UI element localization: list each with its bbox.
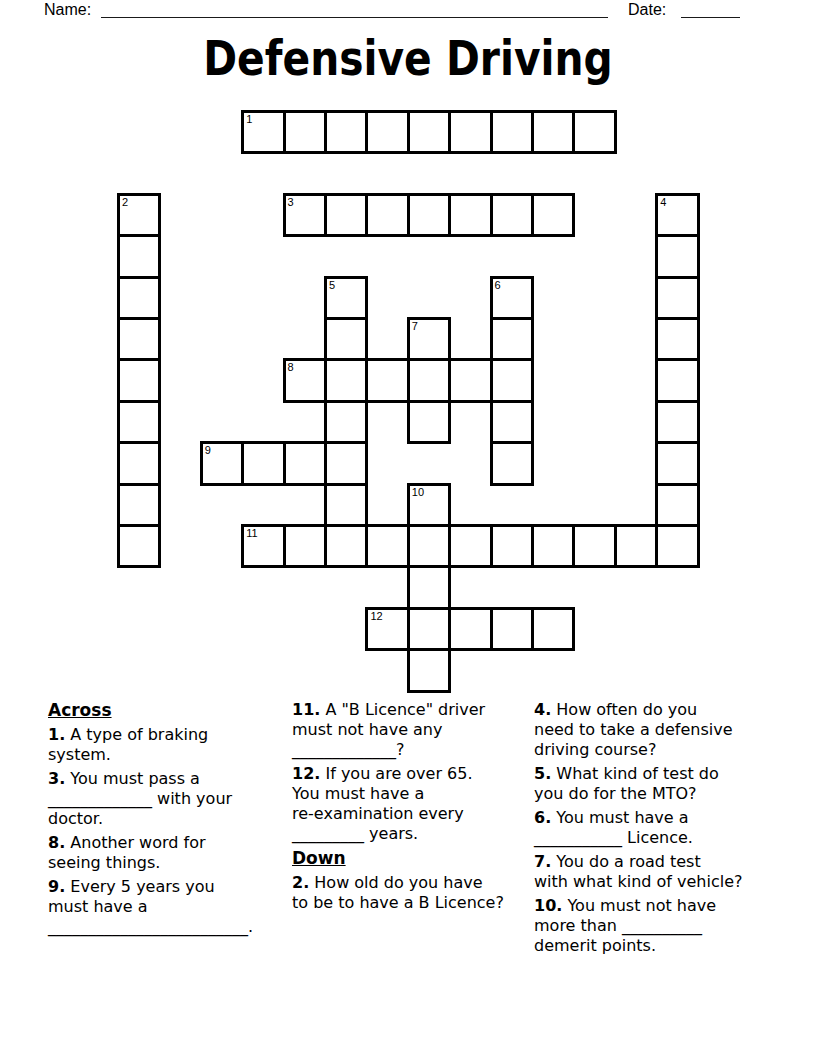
clue-down-2: 2. How old do you have to be to have a B… <box>292 873 536 913</box>
grid-cell-r0c3[interactable]: 1 <box>241 110 285 154</box>
grid-cell-r8c2[interactable]: 9 <box>200 441 244 485</box>
grid-cell-r2c0[interactable]: 2 <box>117 193 161 237</box>
grid-cell-r0c11[interactable] <box>572 110 616 154</box>
grid-cell-r10c10[interactable] <box>531 524 575 568</box>
grid-cell-r9c7[interactable]: 10 <box>407 483 451 527</box>
grid-cell-r2c7[interactable] <box>407 193 451 237</box>
clue-num-label: 5. <box>534 764 551 783</box>
clue-text: A "B Licence" driver must not have any _… <box>292 700 485 759</box>
clue-text: How often do you need to take a defensiv… <box>534 700 733 759</box>
grid-cell-r8c3[interactable] <box>241 441 285 485</box>
grid-cell-r10c0[interactable] <box>117 524 161 568</box>
clue-text: You must pass a _____________ with your … <box>48 769 232 828</box>
clue-num-label: 9. <box>48 877 65 896</box>
grid-cell-r10c13[interactable] <box>655 524 699 568</box>
clue-num-label: 3. <box>48 769 65 788</box>
grid-cell-r5c9[interactable] <box>490 317 534 361</box>
grid-cell-r8c9[interactable] <box>490 441 534 485</box>
clue-across-1: 1. A type of braking system. <box>48 725 292 765</box>
clue-across-8: 8. Another word for seeing things. <box>48 833 292 873</box>
clue-across-3: 3. You must pass a _____________ with yo… <box>48 769 292 829</box>
grid-cell-r12c10[interactable] <box>531 607 575 651</box>
clue-text: You must not have more than __________ d… <box>534 896 716 955</box>
clue-number-7: 7 <box>412 320 418 332</box>
grid-cell-r8c4[interactable] <box>283 441 327 485</box>
clue-num-label: 2. <box>292 873 309 892</box>
grid-cell-r8c5[interactable] <box>324 441 368 485</box>
clue-num-label: 8. <box>48 833 65 852</box>
clue-down-4: 4. How often do you need to take a defen… <box>534 700 778 760</box>
grid-cell-r9c13[interactable] <box>655 483 699 527</box>
grid-cell-r8c13[interactable] <box>655 441 699 485</box>
grid-cell-r7c13[interactable] <box>655 400 699 444</box>
grid-cell-r5c0[interactable] <box>117 317 161 361</box>
grid-cell-r6c9[interactable] <box>490 358 534 402</box>
grid-cell-r11c7[interactable] <box>407 565 451 609</box>
grid-cell-r6c6[interactable] <box>365 358 409 402</box>
clue-down-7: 7. You do a road test with what kind of … <box>534 852 778 892</box>
grid-cell-r2c6[interactable] <box>365 193 409 237</box>
clue-number-2: 2 <box>122 196 128 208</box>
grid-cell-r4c9[interactable]: 6 <box>490 276 534 320</box>
clue-down-5: 5. What kind of test do you do for the M… <box>534 764 778 804</box>
grid-cell-r9c5[interactable] <box>324 483 368 527</box>
clue-text: What kind of test do you do for the MTO? <box>534 764 719 803</box>
grid-cell-r7c5[interactable] <box>324 400 368 444</box>
grid-cell-r6c13[interactable] <box>655 358 699 402</box>
grid-cell-r10c3[interactable]: 11 <box>241 524 285 568</box>
grid-cell-r6c5[interactable] <box>324 358 368 402</box>
worksheet-page: Name: Date: Defensive Driving 1234567891… <box>0 0 816 1056</box>
clue-number-1: 1 <box>246 113 252 125</box>
grid-cell-r6c0[interactable] <box>117 358 161 402</box>
clue-num-label: 1. <box>48 725 65 744</box>
clue-num-label: 7. <box>534 852 551 871</box>
grid-cell-r0c4[interactable] <box>283 110 327 154</box>
grid-cell-r10c12[interactable] <box>614 524 658 568</box>
grid-cell-r2c13[interactable]: 4 <box>655 193 699 237</box>
clue-text: You do a road test with what kind of veh… <box>534 852 743 891</box>
clue-number-11: 11 <box>246 527 257 539</box>
grid-cell-r12c7[interactable] <box>407 607 451 651</box>
grid-cell-r7c7[interactable] <box>407 400 451 444</box>
grid-cell-r10c5[interactable] <box>324 524 368 568</box>
grid-cell-r0c7[interactable] <box>407 110 451 154</box>
grid-cell-r12c9[interactable] <box>490 607 534 651</box>
clue-number-6: 6 <box>495 279 501 291</box>
clue-text: Another word for seeing things. <box>48 833 206 872</box>
clue-text: A type of braking system. <box>48 725 208 764</box>
grid-cell-r7c0[interactable] <box>117 400 161 444</box>
grid-cell-r2c9[interactable] <box>490 193 534 237</box>
grid-cell-r0c9[interactable] <box>490 110 534 154</box>
clue-column-2: 11. A "B Licence" driver must not have a… <box>292 700 536 917</box>
grid-cell-r2c10[interactable] <box>531 193 575 237</box>
grid-cell-r6c8[interactable] <box>448 358 492 402</box>
clue-across-9: 9. Every 5 years you must have a _______… <box>48 877 292 937</box>
grid-cell-r7c9[interactable] <box>490 400 534 444</box>
crossword-grid: 123456789101112 <box>0 0 816 700</box>
clue-text: You must have a ___________ Licence. <box>534 808 693 847</box>
clue-num-label: 10. <box>534 896 562 915</box>
grid-cell-r3c0[interactable] <box>117 234 161 278</box>
grid-cell-r2c5[interactable] <box>324 193 368 237</box>
clue-number-3: 3 <box>288 196 294 208</box>
clue-number-10: 10 <box>412 486 424 498</box>
grid-cell-r5c5[interactable] <box>324 317 368 361</box>
grid-cell-r10c7[interactable] <box>407 524 451 568</box>
clue-text: How old do you have to be to have a B Li… <box>292 873 504 912</box>
clue-number-4: 4 <box>660 196 666 208</box>
grid-cell-r0c10[interactable] <box>531 110 575 154</box>
grid-cell-r0c6[interactable] <box>365 110 409 154</box>
clue-across-12: 12. If you are over 65. You must have a … <box>292 764 536 844</box>
grid-cell-r12c6[interactable]: 12 <box>365 607 409 651</box>
clue-num-label: 12. <box>292 764 320 783</box>
clue-list-header-across: Across <box>48 700 292 720</box>
grid-cell-r4c0[interactable] <box>117 276 161 320</box>
clue-down-10: 10. You must not have more than ________… <box>534 896 778 956</box>
clue-num-label: 11. <box>292 700 320 719</box>
grid-cell-r10c11[interactable] <box>572 524 616 568</box>
grid-cell-r0c5[interactable] <box>324 110 368 154</box>
clue-num-label: 4. <box>534 700 551 719</box>
grid-cell-r5c13[interactable] <box>655 317 699 361</box>
grid-cell-r13c7[interactable] <box>407 648 451 692</box>
clue-text: Every 5 years you must have a __________… <box>48 877 253 936</box>
grid-cell-r0c8[interactable] <box>448 110 492 154</box>
clue-number-5: 5 <box>329 279 335 291</box>
clue-list-header-down: Down <box>292 848 536 868</box>
grid-cell-r3c13[interactable] <box>655 234 699 278</box>
grid-cell-r10c6[interactable] <box>365 524 409 568</box>
grid-cell-r10c9[interactable] <box>490 524 534 568</box>
clue-number-12: 12 <box>370 610 382 622</box>
grid-cell-r2c8[interactable] <box>448 193 492 237</box>
grid-cell-r8c0[interactable] <box>117 441 161 485</box>
grid-cell-r10c8[interactable] <box>448 524 492 568</box>
clue-text: If you are over 65. You must have a re-e… <box>292 764 473 843</box>
clue-across-11: 11. A "B Licence" driver must not have a… <box>292 700 536 760</box>
clue-num-label: 6. <box>534 808 551 827</box>
grid-cell-r6c7[interactable] <box>407 358 451 402</box>
clue-column-3: 4. How often do you need to take a defen… <box>534 700 778 960</box>
grid-cell-r12c8[interactable] <box>448 607 492 651</box>
clue-down-6: 6. You must have a ___________ Licence. <box>534 808 778 848</box>
clue-column-1: Across1. A type of braking system.3. You… <box>48 700 292 941</box>
clue-number-9: 9 <box>205 444 211 456</box>
grid-cell-r5c7[interactable]: 7 <box>407 317 451 361</box>
grid-cell-r10c4[interactable] <box>283 524 327 568</box>
grid-cell-r4c13[interactable] <box>655 276 699 320</box>
grid-cell-r6c4[interactable]: 8 <box>283 358 327 402</box>
grid-cell-r4c5[interactable]: 5 <box>324 276 368 320</box>
grid-cell-r9c0[interactable] <box>117 483 161 527</box>
grid-cell-r2c4[interactable]: 3 <box>283 193 327 237</box>
clue-number-8: 8 <box>288 361 294 373</box>
